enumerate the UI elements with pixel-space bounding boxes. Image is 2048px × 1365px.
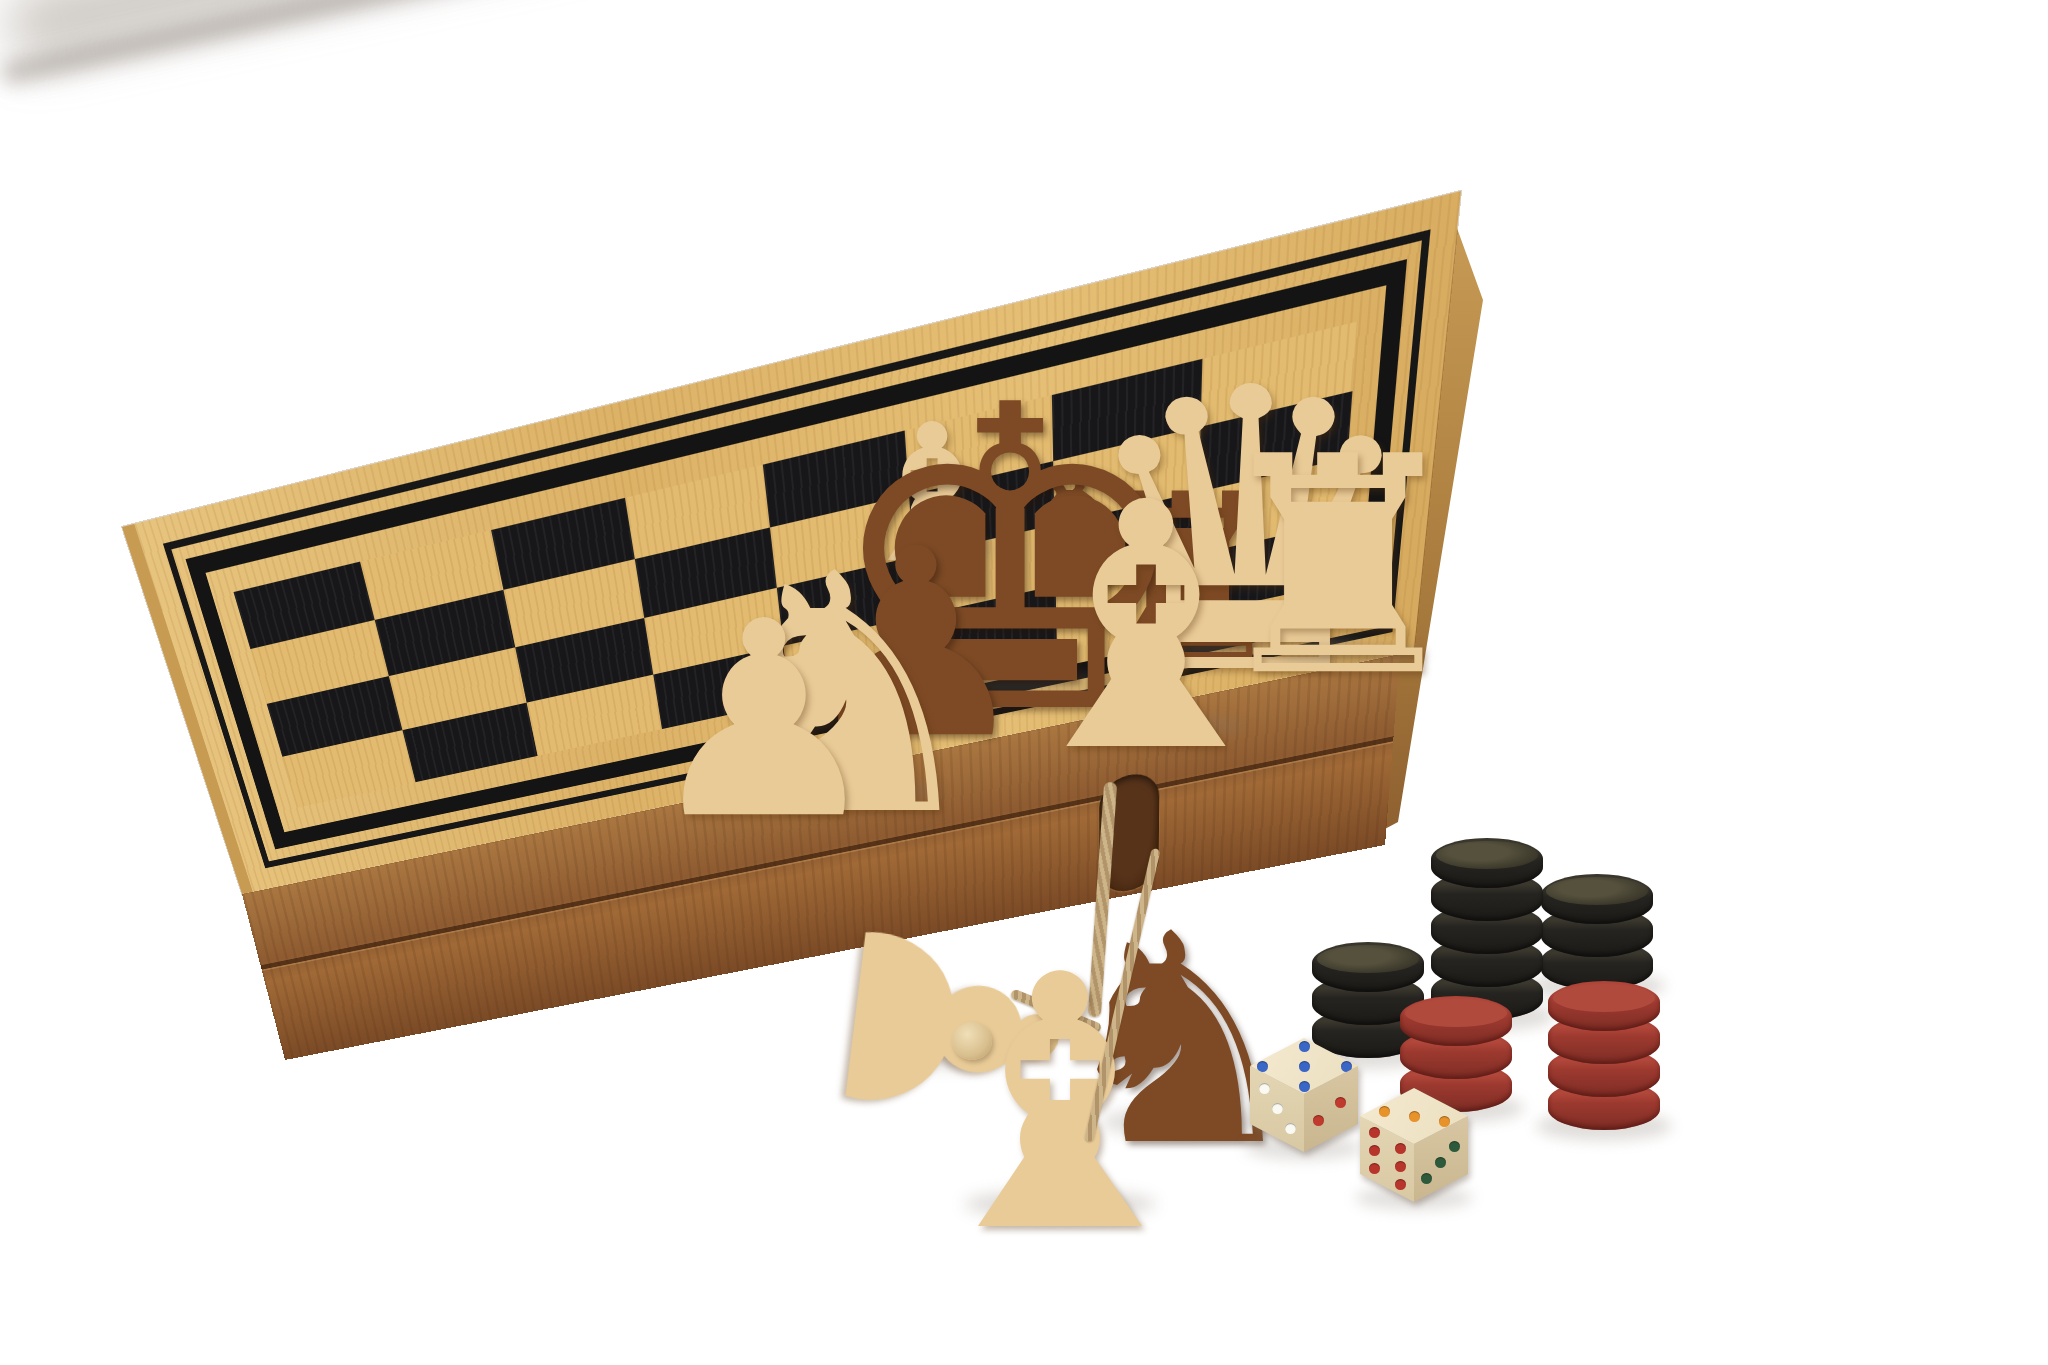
black-checker[interactable] [1312, 942, 1424, 992]
red-checker[interactable] [1548, 981, 1660, 1031]
die-pip [1299, 1081, 1310, 1092]
die-pip [1285, 1123, 1296, 1134]
die-pip [1439, 1116, 1450, 1127]
black-checkers-stack-x5[interactable] [1431, 838, 1543, 1020]
light-bishop[interactable]: ♝ [903, 930, 1217, 1280]
die-pip [1395, 1143, 1406, 1154]
die-2[interactable] [1358, 1086, 1470, 1204]
die-pip [1257, 1061, 1268, 1072]
die-pip [1421, 1173, 1432, 1184]
checker-top-face [1405, 999, 1507, 1027]
checker-top-face [1546, 877, 1648, 905]
die-pip [1409, 1111, 1420, 1122]
light-bishop[interactable]: ♝ [994, 458, 1299, 798]
photo-stage: ♝♞♜♛♜♚♟♝♞♟♟♝♞ [0, 0, 2048, 1365]
die-pip [1395, 1179, 1406, 1190]
die-pip [1435, 1157, 1446, 1168]
die-1[interactable] [1248, 1036, 1360, 1154]
wooden-bead[interactable] [952, 1022, 992, 1060]
die-pip [1299, 1061, 1310, 1072]
die-pip [1299, 1041, 1310, 1052]
light-pawn[interactable]: ♟ [643, 586, 885, 856]
checker-top-face [1436, 841, 1538, 869]
die-pip [1313, 1115, 1324, 1126]
checker-top-face [1317, 945, 1419, 973]
die-pip [1369, 1145, 1380, 1156]
black-checker[interactable] [1431, 838, 1543, 888]
black-checker[interactable] [1541, 874, 1653, 924]
die-pip [1449, 1141, 1460, 1152]
die-pip [1272, 1103, 1283, 1114]
checker-top-face [1553, 984, 1655, 1012]
die-pip [1369, 1127, 1380, 1138]
red-checkers-stack-x4[interactable] [1548, 981, 1660, 1130]
die-pip [1395, 1161, 1406, 1172]
die-pip [1379, 1106, 1390, 1117]
die-pip [1369, 1163, 1380, 1174]
red-checker[interactable] [1400, 996, 1512, 1046]
die-pip [1335, 1097, 1346, 1108]
black-checkers-stack-x3[interactable] [1541, 874, 1653, 990]
die-pip [1259, 1083, 1270, 1094]
